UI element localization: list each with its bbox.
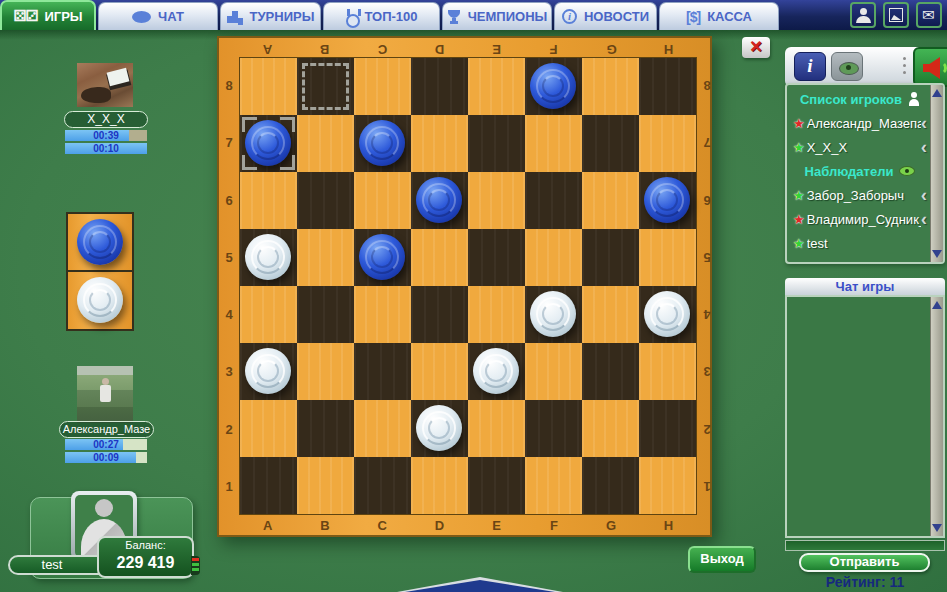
square-h6[interactable] [639, 172, 696, 229]
square-a2[interactable] [240, 400, 297, 457]
player-row-Александр_Мазепа[interactable]: ★Александр_Мазепа‹ [789, 111, 929, 135]
square-g2[interactable] [582, 400, 639, 457]
observers-header: Наблюдатели [789, 159, 929, 183]
player-piece-cell [68, 272, 132, 330]
user-name: X_X_X [807, 140, 921, 155]
site-logo-tip [397, 577, 563, 592]
connection-leds [191, 556, 200, 575]
square-f2[interactable] [525, 400, 582, 457]
coord-label: D [411, 38, 468, 57]
chat-messages-area [785, 295, 945, 538]
scroll-down-arrow[interactable] [932, 524, 942, 532]
square-h4[interactable] [639, 286, 696, 343]
square-c1[interactable] [354, 457, 411, 514]
last-move-from-marker [302, 63, 349, 110]
coord-label: F [525, 38, 582, 57]
observer-row-Владимир_Судник_1[interactable]: ★Владимир_Судник_1‹ [789, 207, 929, 231]
coord-label: 3 [219, 343, 239, 400]
scroll-down-arrow[interactable] [932, 250, 942, 258]
opponent-name: X_X_X [64, 111, 148, 128]
balance-panel: Баланс: 229 419 [97, 536, 194, 578]
window-icons [850, 2, 947, 30]
piece-blue-c7[interactable] [359, 120, 405, 166]
balance-label: Баланс: [99, 538, 192, 552]
checkers-board: ABCDEFGH ABCDEFGH 87654321 87654321 [217, 36, 712, 537]
tab-новости[interactable]: НОВОСТИ [554, 2, 657, 30]
piece-white-a3[interactable] [245, 348, 291, 394]
square-d2[interactable] [411, 400, 468, 457]
square-d6[interactable] [411, 172, 468, 229]
player-total-timer: 00:27 [65, 439, 147, 450]
square-e1[interactable] [468, 457, 525, 514]
coord-label: 2 [219, 401, 239, 458]
square-h8[interactable] [639, 58, 696, 115]
user-name: Забор_Заборыч [807, 188, 921, 203]
coord-label: 7 [219, 114, 239, 171]
file-labels-top: ABCDEFGH [239, 38, 697, 57]
square-c3[interactable] [354, 343, 411, 400]
square-c8[interactable] [354, 58, 411, 115]
piece-white-h4[interactable] [644, 291, 690, 337]
user-name: test [807, 236, 927, 251]
section-header-label: Список игроков [800, 92, 902, 107]
coord-label: 4 [697, 286, 717, 343]
square-f1[interactable] [525, 457, 582, 514]
last-move-to-marker [280, 155, 295, 170]
tab-label: ЧЕМПИОНЫ [468, 9, 548, 24]
picture-icon [889, 8, 903, 22]
coord-label: 3 [697, 343, 717, 400]
square-e5[interactable] [468, 229, 525, 286]
picture-icon[interactable] [883, 2, 909, 28]
player-list-scrollbar[interactable] [930, 85, 943, 262]
square-g3[interactable] [582, 343, 639, 400]
square-c2[interactable] [354, 400, 411, 457]
square-g7[interactable] [582, 115, 639, 172]
coord-label: A [239, 518, 296, 539]
square-e8[interactable] [468, 58, 525, 115]
user-name: Владимир_Судник_1 [807, 212, 921, 227]
toolbar-dots [903, 57, 906, 78]
chat-header: Чат игры [785, 278, 945, 295]
tab-турниры[interactable]: ТУРНИРЫ [220, 2, 321, 30]
square-c6[interactable] [354, 172, 411, 229]
square-g5[interactable] [582, 229, 639, 286]
square-e4[interactable] [468, 286, 525, 343]
dice-icon [13, 7, 37, 25]
section-header-label: Наблюдатели [805, 164, 894, 179]
coord-label: 8 [219, 57, 239, 114]
players-icon [908, 92, 920, 106]
coord-label: F [525, 518, 582, 539]
square-d3[interactable] [411, 343, 468, 400]
coord-label: A [239, 38, 296, 57]
coord-label: 6 [219, 172, 239, 229]
tab-label: НОВОСТИ [584, 9, 649, 24]
square-b6[interactable] [297, 172, 354, 229]
square-b5[interactable] [297, 229, 354, 286]
square-b7[interactable] [297, 115, 354, 172]
square-d8[interactable] [411, 58, 468, 115]
player-row-X_X_X[interactable]: ★X_X_X‹ [789, 135, 929, 159]
last-move-to-marker [242, 117, 257, 132]
player-list-rows: Список игроков★Александр_Мазепа‹★X_X_X‹Н… [789, 87, 929, 255]
square-f7[interactable] [525, 115, 582, 172]
tab-чат[interactable]: ЧАТ [98, 2, 218, 30]
player-list-panel: Список игроков★Александр_Мазепа‹★X_X_X‹Н… [785, 83, 945, 264]
coord-label: 7 [697, 114, 717, 171]
square-h2[interactable] [639, 400, 696, 457]
square-a7[interactable] [240, 115, 297, 172]
coord-label: E [468, 518, 525, 539]
tab-чемпионы[interactable]: ЧЕМПИОНЫ [442, 2, 552, 30]
coord-label: D [411, 518, 468, 539]
piece-blue-d6[interactable] [416, 177, 462, 223]
square-f8[interactable] [525, 58, 582, 115]
chat-input[interactable] [785, 540, 945, 551]
square-f3[interactable] [525, 343, 582, 400]
piece-blue-c5[interactable] [359, 234, 405, 280]
piece-white-d2[interactable] [416, 405, 462, 451]
opponent-avatar [77, 63, 133, 107]
piece-white-e3[interactable] [473, 348, 519, 394]
game-toolbar: i [785, 47, 945, 87]
piece-blue-f8[interactable] [530, 63, 576, 109]
opponent-total-timer: 00:39 [65, 130, 147, 141]
top-navbar: ИГРЫЧАТТУРНИРЫТОП-100ЧЕМПИОНЫНОВОСТИКАСС… [0, 0, 947, 30]
silhouette-head [95, 499, 113, 517]
red-star-icon: ★ [793, 116, 805, 131]
rank-labels-right: 87654321 [697, 57, 717, 515]
observer-row-Забор_Заборыч[interactable]: ★Забор_Заборыч‹ [789, 183, 929, 207]
player-name: Александр_Мазе [59, 421, 154, 438]
medal-icon [345, 9, 357, 24]
square-b4[interactable] [297, 286, 354, 343]
piece-white-f4[interactable] [530, 291, 576, 337]
send-button[interactable]: Отправить [799, 553, 930, 572]
player-move-timer: 00:09 [65, 452, 147, 463]
square-c7[interactable] [354, 115, 411, 172]
coord-label: G [583, 38, 640, 57]
square-a1[interactable] [240, 457, 297, 514]
square-g1[interactable] [582, 457, 639, 514]
square-g8[interactable] [582, 58, 639, 115]
square-a3[interactable] [240, 343, 297, 400]
balance-value: 229 419 [99, 552, 192, 574]
rank-labels-left: 87654321 [219, 57, 239, 515]
mail-icon[interactable] [916, 2, 942, 28]
piece-white-a5[interactable] [245, 234, 291, 280]
chevron-left-icon[interactable]: ‹ [921, 114, 927, 132]
sound-icon[interactable] [913, 47, 947, 87]
piece-color-indicator [66, 212, 134, 331]
square-d5[interactable] [411, 229, 468, 286]
cash-icon [686, 9, 700, 25]
info-icon[interactable]: i [794, 52, 826, 81]
coord-label: H [640, 518, 697, 539]
chevron-left-icon[interactable]: ‹ [921, 210, 927, 228]
square-b8[interactable] [297, 58, 354, 115]
red-star-icon: ★ [793, 212, 805, 227]
square-d1[interactable] [411, 457, 468, 514]
square-b3[interactable] [297, 343, 354, 400]
coord-label: 1 [219, 458, 239, 515]
square-g4[interactable] [582, 286, 639, 343]
coord-label: E [468, 38, 525, 57]
tab-label: ТУРНИРЫ [250, 9, 315, 24]
coord-label: 6 [697, 172, 717, 229]
coord-label: B [296, 518, 353, 539]
scroll-up-arrow[interactable] [932, 301, 942, 309]
tab-топ-100[interactable]: ТОП-100 [323, 2, 440, 30]
nav-tabs: ИГРЫЧАТТУРНИРЫТОП-100ЧЕМПИОНЫНОВОСТИКАСС… [0, 0, 781, 30]
square-c4[interactable] [354, 286, 411, 343]
coord-label: C [354, 518, 411, 539]
tab-label: ТОП-100 [364, 9, 417, 24]
square-f6[interactable] [525, 172, 582, 229]
square-e3[interactable] [468, 343, 525, 400]
square-a4[interactable] [240, 286, 297, 343]
player-avatar [77, 366, 133, 423]
coord-label: B [296, 38, 353, 57]
board-grid [239, 57, 697, 515]
square-d7[interactable] [411, 115, 468, 172]
opponent-move-timer: 00:10 [65, 143, 147, 154]
green-star-icon: ★ [793, 140, 805, 155]
tab-касса[interactable]: КАССА [659, 2, 779, 30]
square-g6[interactable] [582, 172, 639, 229]
podium-icon [227, 11, 243, 23]
chat-bubble-icon [132, 11, 151, 23]
chevron-left-icon[interactable]: ‹ [921, 186, 927, 204]
exit-button[interactable]: Выход [688, 546, 756, 573]
piece-blue-h6[interactable] [644, 177, 690, 223]
square-h3[interactable] [639, 343, 696, 400]
square-b1[interactable] [297, 457, 354, 514]
blue-checker-icon [77, 219, 123, 265]
square-a5[interactable] [240, 229, 297, 286]
close-table-button[interactable]: ✕ [742, 37, 770, 58]
coord-label: 5 [219, 229, 239, 286]
coord-label: 8 [697, 57, 717, 114]
players-header: Список игроков [789, 87, 929, 111]
observer-row-test[interactable]: ★test [789, 231, 929, 255]
coord-label: H [640, 38, 697, 57]
square-d4[interactable] [411, 286, 468, 343]
square-e6[interactable] [468, 172, 525, 229]
square-e2[interactable] [468, 400, 525, 457]
observers-eye-icon [899, 166, 915, 176]
tab-label: ИГРЫ [44, 9, 82, 24]
square-e7[interactable] [468, 115, 525, 172]
last-move-to-marker [242, 155, 257, 170]
chat-scrollbar[interactable] [930, 297, 943, 536]
coord-label: 1 [697, 458, 717, 515]
square-f4[interactable] [525, 286, 582, 343]
coord-label: 5 [697, 229, 717, 286]
tab-label: КАССА [707, 9, 752, 24]
tab-label: ЧАТ [158, 9, 184, 24]
white-checker-icon [77, 277, 123, 323]
trophy-icon [447, 10, 461, 24]
opponent-piece-cell [68, 214, 132, 272]
chevron-left-icon[interactable]: ‹ [921, 138, 927, 156]
coord-label: 2 [697, 401, 717, 458]
coord-label: C [354, 38, 411, 57]
green-star-icon: ★ [793, 188, 805, 203]
square-c5[interactable] [354, 229, 411, 286]
square-h5[interactable] [639, 229, 696, 286]
coord-label: 4 [219, 286, 239, 343]
square-h1[interactable] [639, 457, 696, 514]
file-labels-bottom: ABCDEFGH [239, 515, 697, 539]
rating-label: Рейтинг: 11 [785, 574, 945, 590]
coord-label: G [583, 518, 640, 539]
tab-игры[interactable]: ИГРЫ [0, 0, 96, 30]
user-icon[interactable] [850, 2, 876, 28]
green-star-icon: ★ [793, 236, 805, 251]
square-a8[interactable] [240, 58, 297, 115]
user-name: Александр_Мазепа [807, 116, 921, 131]
square-f5[interactable] [525, 229, 582, 286]
game-room: X_X_X 00:39 00:10 Александр_Мазе 00:27 0… [0, 30, 947, 592]
scroll-up-arrow[interactable] [932, 89, 942, 97]
eye-icon[interactable] [831, 52, 863, 81]
square-h7[interactable] [639, 115, 696, 172]
last-move-to-marker [280, 117, 295, 132]
square-a6[interactable] [240, 172, 297, 229]
info-circle-icon [562, 9, 577, 24]
square-b2[interactable] [297, 400, 354, 457]
